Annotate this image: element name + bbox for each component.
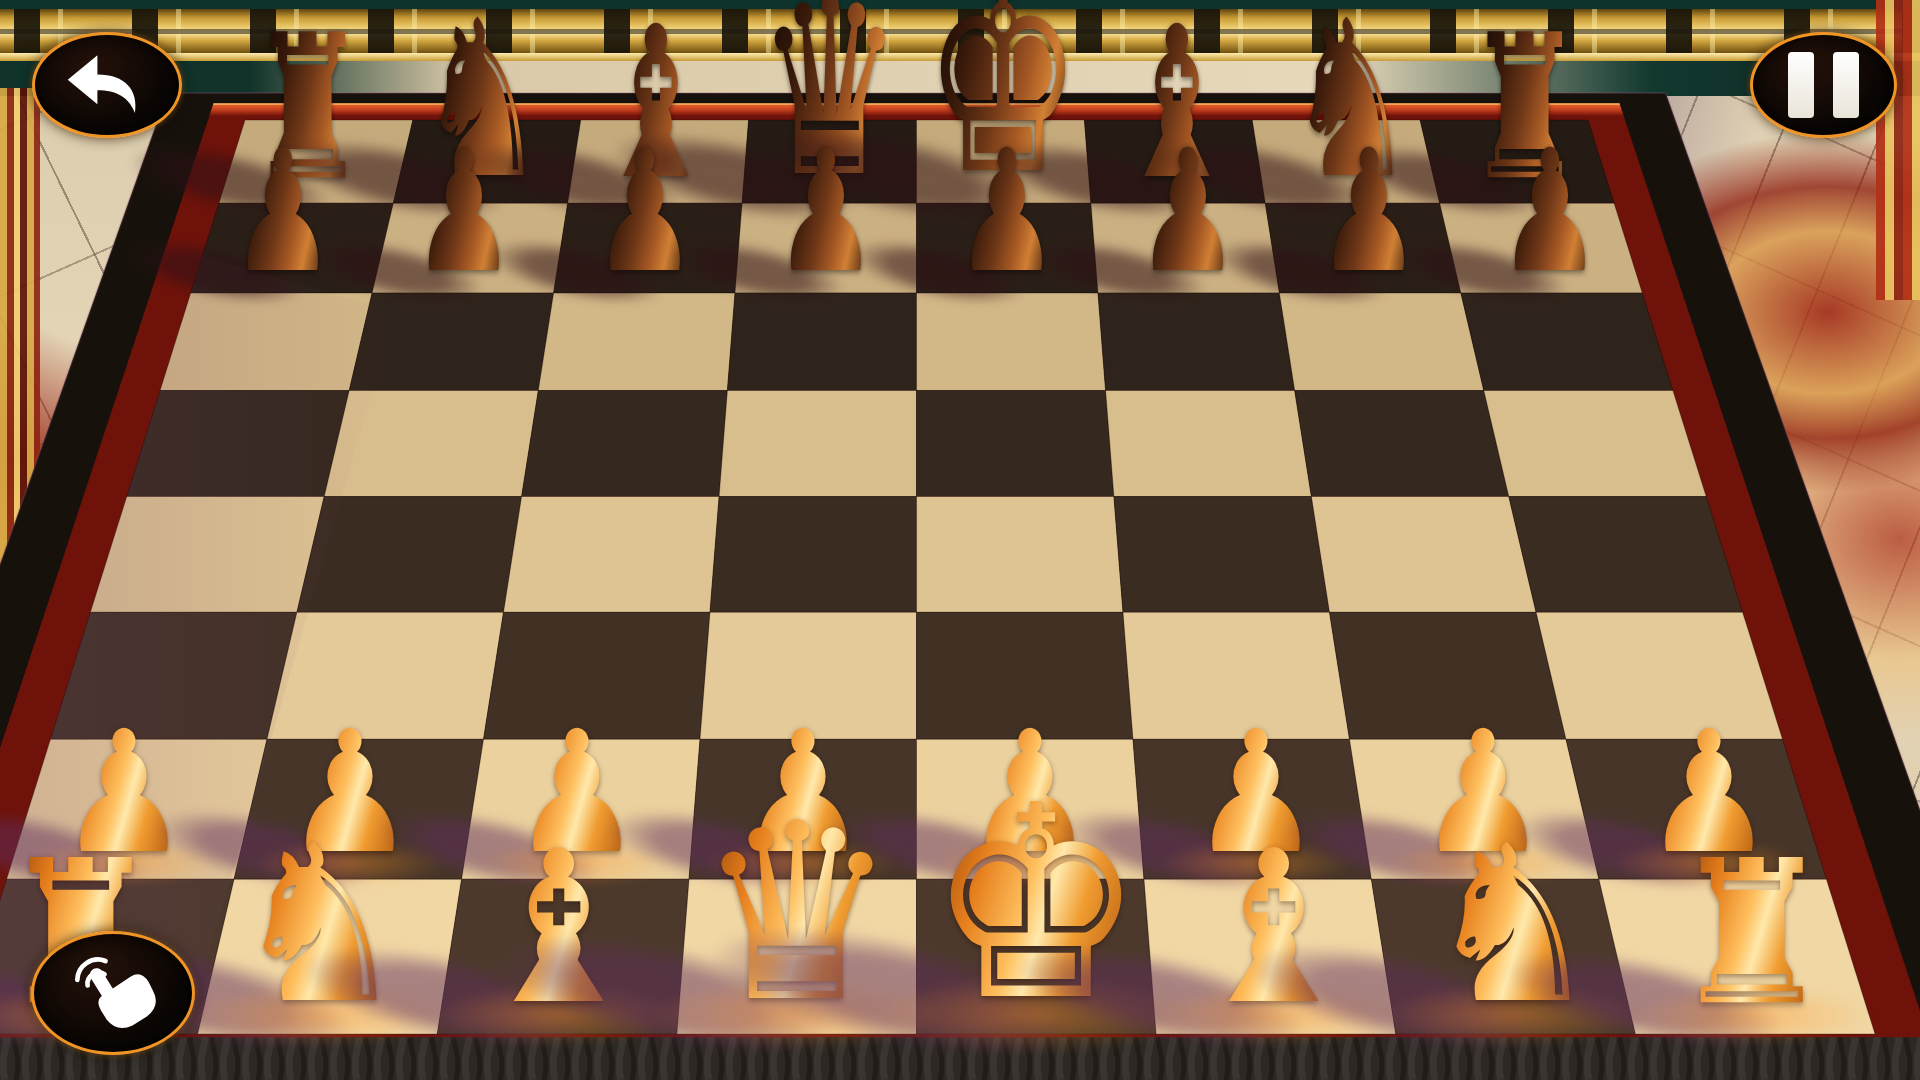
tap-hand-icon xyxy=(54,946,172,1040)
square-e4[interactable] xyxy=(917,497,1124,613)
piece-bP-h7[interactable]: ♟ xyxy=(1498,127,1603,296)
square-f4[interactable] xyxy=(1114,497,1330,613)
back-arrow-icon xyxy=(59,47,155,123)
square-h5[interactable] xyxy=(1484,391,1706,497)
chess-game-screen: ♜♞♝♛♚♝♞♜♟♟♟♟♟♟♟♟♟♟♟♟♟♟♟♟♜♞♝♛♚♝♞♜ xyxy=(0,0,1920,1080)
square-d5[interactable] xyxy=(719,391,916,497)
square-f5[interactable] xyxy=(1106,391,1312,497)
piece-bP-c7[interactable]: ♟ xyxy=(593,127,698,296)
square-h4[interactable] xyxy=(1509,497,1743,613)
piece-bP-e7[interactable]: ♟ xyxy=(955,127,1060,296)
piece-wK-e1[interactable]: ♚ xyxy=(927,770,1145,1037)
piece-bP-d7[interactable]: ♟ xyxy=(774,127,879,296)
pause-icon xyxy=(1833,52,1859,118)
square-e5[interactable] xyxy=(917,391,1114,497)
piece-wB-f1[interactable]: ♝ xyxy=(1188,823,1360,1033)
square-c5[interactable] xyxy=(522,391,728,497)
piece-bP-b7[interactable]: ♟ xyxy=(412,127,517,296)
piece-bP-f7[interactable]: ♟ xyxy=(1136,127,1241,296)
hint-tap-button[interactable] xyxy=(31,931,195,1055)
piece-bP-a7[interactable]: ♟ xyxy=(231,127,336,296)
piece-wN-g1[interactable]: ♞ xyxy=(1424,817,1601,1034)
piece-wR-h1[interactable]: ♜ xyxy=(1671,834,1834,1033)
square-c4[interactable] xyxy=(504,497,720,613)
piece-wQ-d1[interactable]: ♛ xyxy=(697,790,898,1035)
piece-bP-g7[interactable]: ♟ xyxy=(1317,127,1422,296)
square-d4[interactable] xyxy=(710,497,917,613)
pause-button[interactable] xyxy=(1750,32,1897,138)
pause-icon xyxy=(1788,52,1814,118)
back-button[interactable] xyxy=(32,32,182,138)
square-g5[interactable] xyxy=(1295,391,1509,497)
square-g4[interactable] xyxy=(1311,497,1536,613)
piece-wN-b1[interactable]: ♞ xyxy=(231,817,408,1034)
piece-wB-c1[interactable]: ♝ xyxy=(473,823,645,1033)
